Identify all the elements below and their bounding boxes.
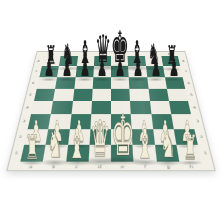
square-b8 — [59, 56, 77, 66]
square-b3 — [49, 114, 71, 128]
rank-label-5: 5 — [186, 89, 197, 101]
board-grid — [20, 56, 201, 161]
square-c8 — [76, 56, 94, 66]
square-g8 — [144, 56, 162, 66]
rank-label-7: 7 — [181, 66, 191, 77]
square-h2 — [173, 129, 197, 145]
file-label-d: d — [94, 52, 111, 56]
square-e6 — [111, 77, 130, 89]
file-labels-bottom: abcdefgh — [18, 163, 203, 171]
square-a7 — [39, 66, 59, 77]
file-label-b: b — [61, 52, 78, 56]
square-d7 — [93, 66, 111, 77]
square-g4 — [150, 101, 172, 114]
square-e2 — [111, 129, 133, 145]
square-d8 — [94, 56, 111, 66]
square-h7 — [163, 66, 183, 77]
square-f5 — [130, 89, 150, 101]
square-f2 — [132, 129, 155, 145]
square-g1 — [154, 145, 179, 162]
square-c5 — [73, 89, 93, 101]
square-f4 — [130, 101, 151, 114]
square-e3 — [111, 114, 132, 128]
square-g5 — [148, 89, 169, 101]
square-d5 — [92, 89, 111, 101]
square-e1 — [111, 145, 134, 162]
square-f7 — [128, 66, 147, 77]
square-g2 — [153, 129, 176, 145]
square-a3 — [28, 114, 51, 128]
file-label-c: c — [65, 163, 89, 171]
square-g7 — [146, 66, 165, 77]
square-f6 — [129, 77, 148, 89]
chess-board: abcdefgh abcdefgh 87654321 87654321 — [8, 52, 215, 170]
square-a8 — [42, 56, 61, 66]
rank-label-6: 6 — [184, 77, 194, 89]
square-c7 — [75, 66, 94, 77]
square-d4 — [91, 101, 111, 114]
file-label-c: c — [78, 52, 95, 56]
square-h6 — [165, 77, 186, 89]
square-a4 — [31, 101, 53, 114]
square-a6 — [37, 77, 58, 89]
rank-label-8: 8 — [179, 56, 188, 66]
square-e5 — [111, 89, 130, 101]
square-b5 — [53, 89, 74, 101]
square-h8 — [161, 56, 180, 66]
square-a5 — [34, 89, 55, 101]
square-c3 — [69, 114, 91, 128]
square-f1 — [133, 145, 157, 162]
square-g3 — [151, 114, 173, 128]
file-labels-top: abcdefgh — [44, 52, 178, 56]
square-e7 — [111, 66, 129, 77]
file-label-g: g — [144, 52, 161, 56]
file-label-f: f — [127, 52, 144, 56]
rank-label-4: 4 — [189, 101, 200, 114]
file-label-a: a — [44, 52, 61, 56]
square-f3 — [131, 114, 153, 128]
file-label-e: e — [111, 163, 134, 171]
square-h1 — [176, 145, 202, 162]
square-b1 — [43, 145, 68, 162]
square-g6 — [147, 77, 167, 89]
file-label-b: b — [42, 163, 66, 171]
square-c6 — [74, 77, 93, 89]
square-a1 — [20, 145, 46, 162]
product-photo: abcdefgh abcdefgh 87654321 87654321 ♜♞♝♛… — [0, 0, 224, 224]
square-f8 — [128, 56, 146, 66]
square-e8 — [111, 56, 128, 66]
square-d1 — [88, 145, 111, 162]
file-label-g: g — [156, 163, 180, 171]
file-label-h: h — [179, 163, 203, 171]
square-c4 — [71, 101, 92, 114]
file-label-e: e — [111, 52, 128, 56]
square-d3 — [90, 114, 111, 128]
square-h3 — [171, 114, 194, 128]
file-label-f: f — [134, 163, 158, 171]
file-label-h: h — [160, 52, 177, 56]
square-e4 — [111, 101, 131, 114]
square-b4 — [51, 101, 73, 114]
square-d6 — [92, 77, 111, 89]
square-b6 — [55, 77, 75, 89]
square-b2 — [46, 129, 69, 145]
file-label-d: d — [88, 163, 111, 171]
square-d2 — [89, 129, 111, 145]
square-b7 — [57, 66, 76, 77]
square-c2 — [68, 129, 91, 145]
file-label-a: a — [18, 163, 42, 171]
square-h5 — [167, 89, 188, 101]
square-c1 — [66, 145, 90, 162]
square-a2 — [24, 129, 48, 145]
square-h4 — [169, 101, 191, 114]
